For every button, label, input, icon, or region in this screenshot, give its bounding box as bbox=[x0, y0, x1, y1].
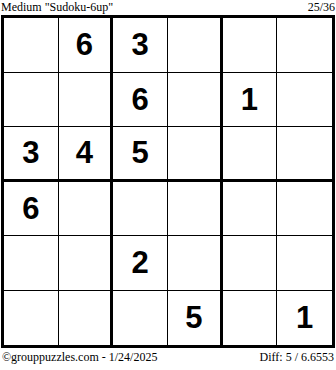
cell-r6c1-empty[interactable] bbox=[4, 291, 59, 346]
cell-r1c6-empty[interactable] bbox=[277, 18, 332, 73]
cell-r1c1-empty[interactable] bbox=[4, 18, 59, 73]
cell-r2c6-empty[interactable] bbox=[277, 73, 332, 128]
puzzle-counter: 25/36 bbox=[308, 0, 335, 15]
cell-r2c5-given: 1 bbox=[223, 73, 278, 128]
cell-r1c5-empty[interactable] bbox=[223, 18, 278, 73]
sudoku-page: Medium "Sudoku-6up" 25/36 63613456251 ©g… bbox=[0, 0, 336, 370]
cell-r3c3-given: 5 bbox=[113, 127, 168, 182]
cell-r4c4-empty[interactable] bbox=[168, 182, 223, 237]
header-bar: Medium "Sudoku-6up" 25/36 bbox=[1, 0, 335, 14]
cell-r6c4-given: 5 bbox=[168, 291, 223, 346]
difficulty-text: Diff: 5 / 6.6553 bbox=[260, 350, 334, 365]
cell-r5c1-empty[interactable] bbox=[4, 236, 59, 291]
cell-r6c6-given: 1 bbox=[277, 291, 332, 346]
footer-bar: ©grouppuzzles.com - 1/24/2025 Diff: 5 / … bbox=[2, 350, 334, 366]
cell-r2c1-empty[interactable] bbox=[4, 73, 59, 128]
copyright-text: ©grouppuzzles.com - 1/24/2025 bbox=[2, 350, 157, 365]
cell-r3c6-empty[interactable] bbox=[277, 127, 332, 182]
cell-r5c4-empty[interactable] bbox=[168, 236, 223, 291]
cell-r4c5-empty[interactable] bbox=[223, 182, 278, 237]
cell-r5c6-empty[interactable] bbox=[277, 236, 332, 291]
cell-r1c2-given: 6 bbox=[59, 18, 114, 73]
cell-r3c2-given: 4 bbox=[59, 127, 114, 182]
cell-r1c3-given: 3 bbox=[113, 18, 168, 73]
cell-r4c1-given: 6 bbox=[4, 182, 59, 237]
cell-r1c4-empty[interactable] bbox=[168, 18, 223, 73]
cell-r4c3-empty[interactable] bbox=[113, 182, 168, 237]
cell-r5c3-given: 2 bbox=[113, 236, 168, 291]
cell-r5c5-empty[interactable] bbox=[223, 236, 278, 291]
cell-r3c4-empty[interactable] bbox=[168, 127, 223, 182]
sudoku-board: 63613456251 bbox=[1, 15, 335, 348]
cell-r2c2-empty[interactable] bbox=[59, 73, 114, 128]
cell-r4c2-empty[interactable] bbox=[59, 182, 114, 237]
cell-r6c2-empty[interactable] bbox=[59, 291, 114, 346]
cell-r3c5-empty[interactable] bbox=[223, 127, 278, 182]
cell-r6c3-empty[interactable] bbox=[113, 291, 168, 346]
cell-r5c2-empty[interactable] bbox=[59, 236, 114, 291]
puzzle-title: Medium "Sudoku-6up" bbox=[1, 0, 113, 15]
cell-r4c6-empty[interactable] bbox=[277, 182, 332, 237]
cell-r3c1-given: 3 bbox=[4, 127, 59, 182]
cell-r2c4-empty[interactable] bbox=[168, 73, 223, 128]
cell-r6c5-empty[interactable] bbox=[223, 291, 278, 346]
cell-r2c3-given: 6 bbox=[113, 73, 168, 128]
